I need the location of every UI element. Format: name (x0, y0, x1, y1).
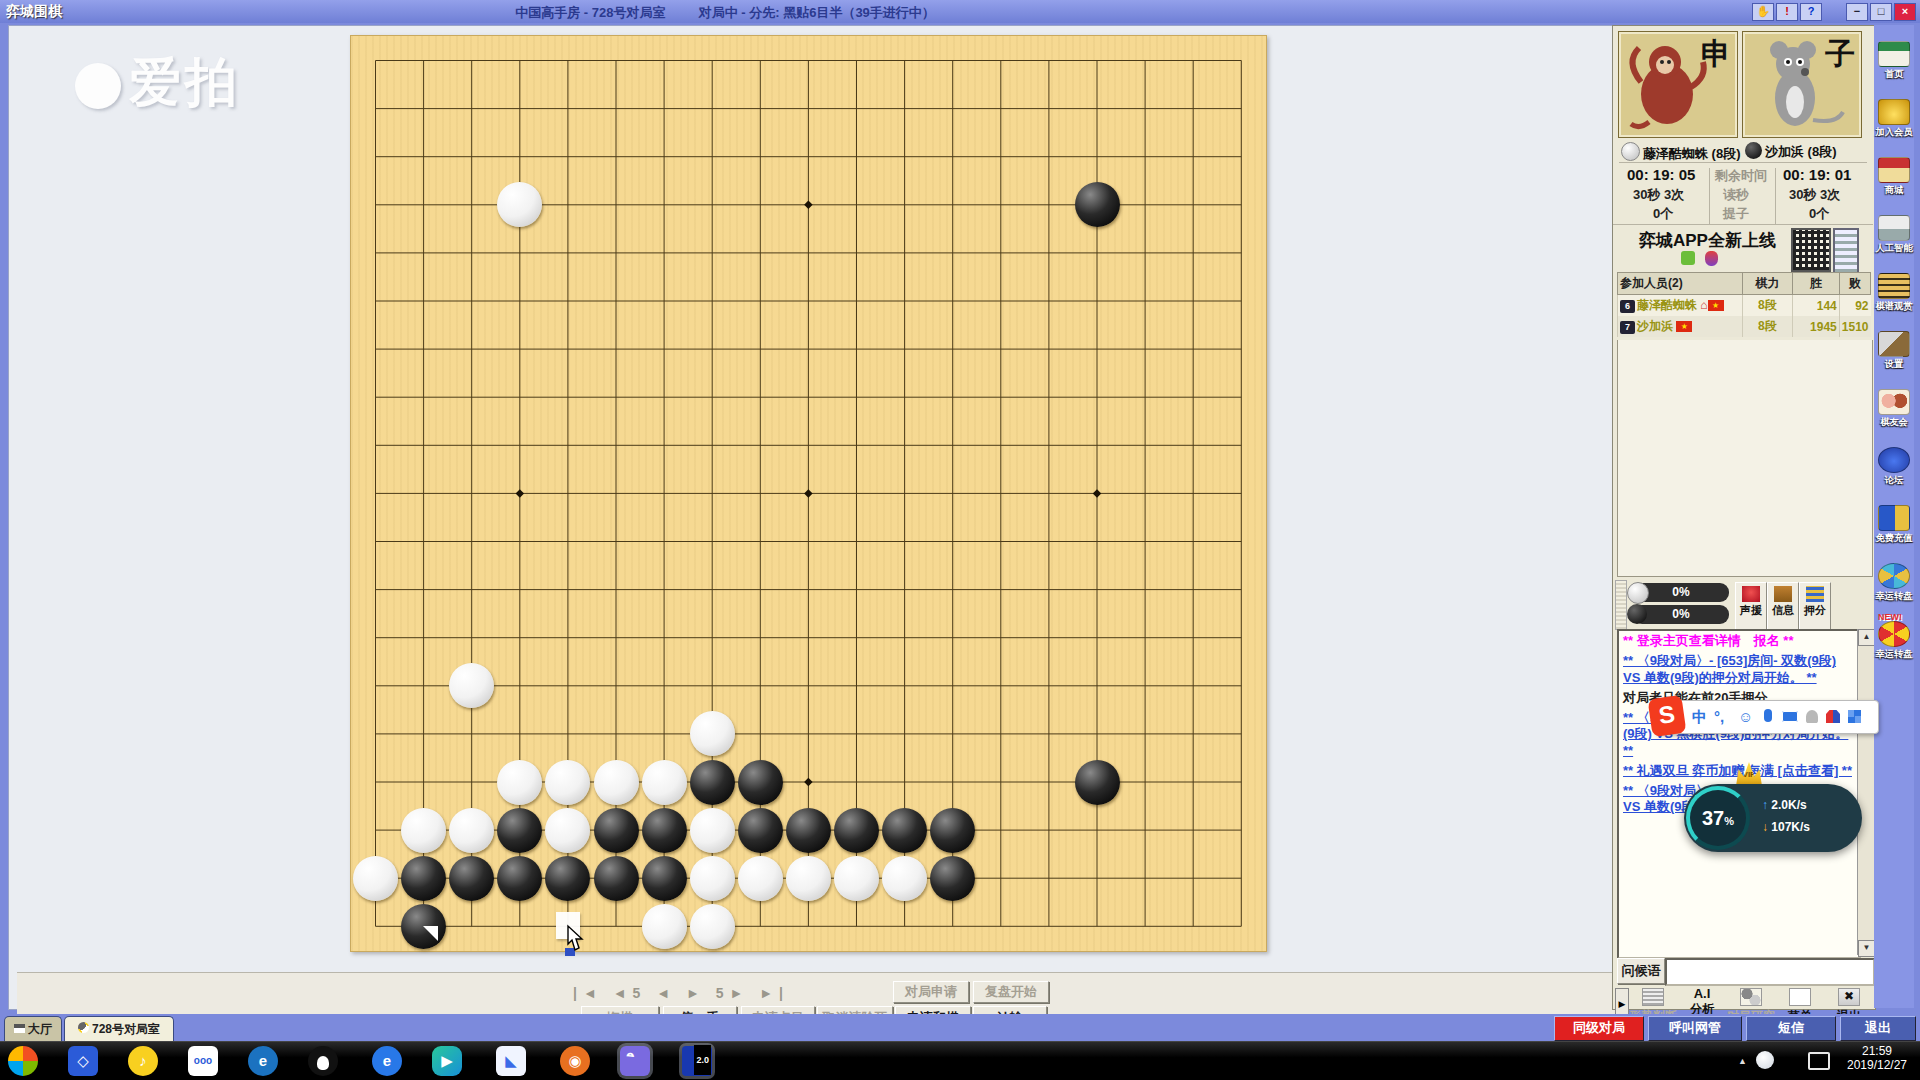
nav-商城-3[interactable]: 商城 (1874, 157, 1914, 197)
black-stone (930, 856, 975, 901)
ie-icon[interactable]: e (248, 1046, 278, 1076)
phone-icon (1833, 228, 1859, 274)
black-stone (594, 808, 639, 853)
black-stone (545, 856, 590, 901)
bottom-button-同级对局[interactable]: 同级对局 (1554, 1016, 1644, 1041)
mouse-cursor-hand (559, 924, 585, 954)
black-stone (738, 760, 783, 805)
white-stone (642, 760, 687, 805)
participant-row[interactable]: 6藤泽酷蜘蛛 ⌂★8段14492 (1618, 295, 1871, 317)
white-stone (834, 856, 879, 901)
black-stone (786, 808, 831, 853)
banner-text: 弈城APP全新上线 (1639, 229, 1776, 252)
rose-icon (1742, 586, 1760, 602)
exit-x-icon: ✖ (1838, 988, 1860, 1006)
black-stone (738, 808, 783, 853)
download-progress-widget[interactable]: 37% ↑ 2.0K/s ↓ 107K/s (1684, 784, 1862, 852)
black-stone-icon (1627, 604, 1647, 624)
white-stone (594, 760, 639, 805)
windows-start-orb[interactable] (8, 1046, 38, 1076)
zodiac-char-monkey: 申 (1701, 34, 1731, 75)
bottom-button-退出[interactable]: 退出 (1840, 1016, 1916, 1041)
sogou-input-bar[interactable]: S 中 °, ☺ (1655, 700, 1879, 734)
title-bar: 弈城围棋 中国高手房 - 728号对局室 对局中 - 分先: 黑贴6目半（39手… (0, 0, 1920, 23)
col-wins: 胜 (1793, 273, 1840, 295)
alert-icon[interactable]: ! (1776, 3, 1798, 21)
black-support-bar: 0% (1633, 605, 1729, 624)
white-stone (738, 856, 783, 901)
progress-circle: 37% (1686, 786, 1750, 850)
tray-date: 2019/12/27 (1838, 1058, 1916, 1072)
video-play-icon[interactable]: ▶ (432, 1046, 462, 1076)
chat-message-system: ** 登录主页查看详情 报名 ** (1619, 631, 1859, 651)
right-icon-strip: 首页加入会员商城人工智能棋谱观赏设置棋友会论坛免费充值幸运转盘NEW!幸运转盘 (1874, 25, 1914, 1008)
app-banner[interactable]: 弈城APP全新上线 (1613, 224, 1873, 273)
china-flag-icon: ★ (1708, 300, 1724, 311)
goban-icon (1878, 273, 1910, 299)
panel-toolbar: ▶ 形势判断A.I分析对局研究菜单✖退出 (1613, 986, 1875, 1008)
white-stone (545, 808, 590, 853)
tray-clock[interactable]: 21:59 2019/12/27 (1838, 1044, 1916, 1072)
white-byoyomi: 30秒 3次 (1633, 186, 1684, 204)
room-title: 中国高手房 - 728号对局室 (515, 5, 665, 20)
black-stone (642, 808, 687, 853)
participant-rank: 8段 (1742, 316, 1792, 337)
white-clock: 00: 19: 05 (1627, 166, 1695, 183)
black-player-avatar: 子 (1742, 31, 1862, 138)
black-byoyomi: 30秒 3次 (1789, 186, 1840, 204)
skin-shirt-icon[interactable] (1826, 710, 1840, 723)
nav-加入会员-2[interactable]: 加入会员 (1874, 99, 1914, 139)
tray-time: 21:59 (1838, 1044, 1916, 1058)
shop-icon (1878, 157, 1910, 183)
participant-name: 藤泽酷蜘蛛 (1637, 298, 1697, 312)
white-player-avatar: 申 (1618, 31, 1738, 138)
white-stone (690, 856, 735, 901)
toolbox-grid-icon[interactable] (1848, 710, 1861, 723)
upload-speed: ↑ 2.0K/s (1762, 798, 1807, 812)
ai-text-icon: A.I (1678, 986, 1726, 1001)
black-stone (401, 856, 446, 901)
white-stone (401, 808, 446, 853)
maximize-button[interactable]: □ (1870, 3, 1892, 21)
go-stones-icon (78, 1022, 89, 1033)
participant-name: 沙加浜 (1637, 319, 1673, 333)
nav-设置-6[interactable]: 设置 (1874, 331, 1914, 371)
byoyomi-label: 读秒 (1723, 186, 1749, 204)
aipai-logo-icon (75, 63, 121, 109)
participant-losses: 92 (1839, 295, 1870, 317)
tabs-row: 大厅728号对局室 同级对局呼叫网管短信退出 (0, 1014, 1920, 1041)
black-stone (930, 808, 975, 853)
participant-row[interactable]: 7沙加浜 ★8段19451510 (1618, 316, 1871, 337)
splitter-handle[interactable] (1615, 580, 1627, 630)
e2345-browser-icon[interactable]: e (372, 1046, 402, 1076)
support-button-押分[interactable]: 押分 (1799, 582, 1831, 630)
scroll-down-icon[interactable]: ▼ (1858, 940, 1875, 957)
nav-幸运转盘-11[interactable]: NEW!幸运转盘 (1874, 621, 1914, 661)
black-stone-icon (1745, 142, 1762, 159)
participant-wins: 144 (1793, 295, 1840, 317)
tab-大厅[interactable]: 大厅 (4, 1016, 62, 1042)
crown-icon (1878, 99, 1910, 125)
black-stone (1075, 182, 1120, 227)
white-stone (449, 808, 494, 853)
button-复盘开始[interactable]: 复盘开始 (973, 981, 1049, 1003)
recharge-icon (1878, 505, 1910, 531)
tools-icon (1878, 331, 1910, 357)
black-stone (1075, 760, 1120, 805)
remain-label: 剩余时间 (1715, 167, 1767, 185)
emoji-icon[interactable]: ☺ (1738, 708, 1753, 725)
recorder-version-badge: 2.0 (694, 1045, 711, 1075)
hand-icon[interactable]: ✋ (1752, 3, 1774, 21)
black-stone (642, 856, 687, 901)
nav-首页-1[interactable]: 首页 (1874, 41, 1914, 81)
robot-icon (1878, 215, 1910, 241)
chat-scrollbar[interactable]: ▲ ▼ (1857, 629, 1874, 955)
grid-icon (1642, 988, 1664, 1006)
participant-losses: 1510 (1839, 316, 1870, 337)
button-对局申请[interactable]: 对局申请 (893, 981, 969, 1003)
help-icon[interactable]: ? (1800, 3, 1822, 21)
white-stone (642, 904, 687, 949)
bird-app-icon[interactable]: ◣ (496, 1046, 526, 1076)
tray-avatar[interactable] (1780, 1049, 1802, 1071)
white-stone (353, 856, 398, 901)
black-stone (594, 856, 639, 901)
briefcase-icon (1774, 586, 1792, 602)
black-stone (690, 760, 735, 805)
nav-幸运转盘-10[interactable]: 幸运转盘 (1874, 563, 1914, 603)
white-stone-icon (1627, 582, 1649, 604)
qr-code (1791, 228, 1831, 272)
person-icon (1806, 710, 1818, 723)
nav-人工智能-4[interactable]: 人工智能 (1874, 215, 1914, 255)
move-navigation[interactable]: |◄ ◄5 ◄ ► 5► ►| (573, 985, 789, 1001)
nav-棋友会-7[interactable]: 棋友会 (1874, 389, 1914, 429)
last-move-marker-icon (423, 926, 438, 941)
window-title: 中国高手房 - 728号对局室 对局中 - 分先: 黑贴6目半（39手进行中） (0, 4, 1450, 22)
forum-ufo-icon (1878, 447, 1910, 473)
black-captures: 0个 (1809, 205, 1829, 223)
black-stone (882, 808, 927, 853)
minimize-button[interactable]: − (1846, 3, 1868, 21)
white-stone (690, 711, 735, 756)
black-stone (449, 856, 494, 901)
home-icon (14, 1024, 25, 1033)
white-stone-icon (1621, 142, 1640, 161)
blue-circles-app-icon[interactable]: ooo (188, 1046, 218, 1076)
close-button[interactable]: × (1894, 3, 1916, 21)
new-badge: NEW! (1878, 612, 1902, 622)
apple-icon (1705, 251, 1718, 266)
tab-728号对局室[interactable]: 728号对局室 (64, 1016, 174, 1042)
white-stone (882, 856, 927, 901)
white-stone (545, 760, 590, 805)
divider (1619, 162, 1867, 163)
black-stone (497, 856, 542, 901)
tray-ghost-icon[interactable] (1756, 1051, 1774, 1069)
aipai-watermark: 爱拍 (75, 48, 241, 118)
china-flag-icon: ★ (1676, 321, 1692, 332)
punctuation-icon[interactable]: °, (1714, 708, 1724, 725)
wheel-red-icon (1878, 621, 1910, 647)
white-stone (497, 760, 542, 805)
android-icon (1681, 251, 1695, 265)
white-stone (786, 856, 831, 901)
participants-table: 参加人员(2) 棋力 胜 败 6藤泽酷蜘蛛 ⌂★8段144927沙加浜 ★8段1… (1617, 272, 1871, 337)
bottom-button-短信[interactable]: 短信 (1746, 1016, 1836, 1041)
white-stone (690, 808, 735, 853)
taskbar: ◇♪oooee▶◣◉ิ2.0 ▲ 21:59 2019/12/27 (0, 1041, 1920, 1080)
col-rank: 棋力 (1742, 273, 1792, 295)
sogou-s-logo[interactable]: S (1648, 695, 1687, 737)
col-losses: 败 (1839, 273, 1870, 295)
zodiac-char-rat: 子 (1825, 34, 1855, 75)
captures-label: 提子 (1723, 205, 1749, 223)
white-player-name: 藤泽酷蜘蛛 (8段) (1621, 142, 1741, 163)
keyboard-icon[interactable] (1782, 711, 1798, 722)
home-icon (1878, 41, 1910, 67)
black-stone (401, 904, 446, 949)
cube-app-icon[interactable]: ◇ (68, 1046, 98, 1076)
participants-title: 参加人员(2) (1618, 273, 1743, 295)
participant-rank: 8段 (1742, 295, 1792, 317)
nav-免费充值-9[interactable]: 免费充值 (1874, 505, 1914, 545)
support-button-声援[interactable]: 声援 (1735, 582, 1767, 630)
stones-icon (1740, 988, 1762, 1006)
friends-icon (1878, 389, 1910, 415)
mic-icon[interactable] (1764, 709, 1772, 722)
qq-music-icon[interactable]: ♪ (128, 1046, 158, 1076)
scroll-up-icon[interactable]: ▲ (1858, 629, 1875, 646)
tray-network-icon[interactable] (1808, 1052, 1830, 1070)
support-button-信息[interactable]: 信息 (1767, 582, 1799, 630)
chat-input[interactable] (1665, 958, 1875, 986)
black-stone (497, 808, 542, 853)
main-pane: 爱拍 |◄ ◄5 ◄ ► 5► ►| 对局申请复盘开始 悔棋停一手申请点目取消清… (8, 25, 1614, 1010)
seat-stone-icon: 6 (1620, 300, 1635, 313)
wheel-blue-icon (1878, 563, 1910, 589)
qq-penguin-icon[interactable] (308, 1046, 338, 1076)
participant-wins: 1945 (1793, 316, 1840, 337)
download-speed: ↓ 107K/s (1762, 820, 1810, 834)
bottom-button-呼叫网管[interactable]: 呼叫网管 (1648, 1016, 1742, 1041)
game-status: 对局中 - 分先: 黑贴6目半（39手进行中） (699, 5, 935, 20)
go-board[interactable] (350, 35, 1267, 952)
black-clock: 00: 19: 01 (1783, 166, 1851, 183)
nav-论坛-8[interactable]: 论坛 (1874, 447, 1914, 487)
white-stone (690, 904, 735, 949)
orange-browser-icon[interactable]: ◉ (560, 1046, 590, 1076)
greeting-button[interactable]: 问候语 (1617, 958, 1665, 984)
client-person-icon[interactable]: ิ (620, 1046, 650, 1076)
recorder-2.0-icon[interactable]: 2.0 (682, 1046, 712, 1076)
coins-icon (1806, 586, 1824, 602)
white-captures: 0个 (1653, 205, 1673, 223)
book-icon (1789, 988, 1811, 1006)
black-player-name: 沙加浜 (8段) (1745, 142, 1837, 161)
black-stone (834, 808, 879, 853)
home-icon: ⌂ (1700, 298, 1707, 312)
chinese-mode-icon[interactable]: 中 (1692, 708, 1707, 727)
nav-棋谱观赏-5[interactable]: 棋谱观赏 (1874, 273, 1914, 313)
seat-stone-icon: 7 (1620, 321, 1635, 334)
participant-list-empty (1617, 340, 1873, 577)
app-window: 弈城围棋 中国高手房 - 728号对局室 对局中 - 分先: 黑贴6目半（39手… (0, 0, 1920, 1080)
tray-expand-icon[interactable]: ▲ (1738, 1056, 1747, 1066)
right-panel: 申 子 藤泽酷蜘蛛 (8段) 沙加浜 (8段) 00: 19: 05 (1612, 25, 1876, 1010)
chat-message-link[interactable]: ** 〈9段对局〉- [653]房间- 双数(9段) VS 单数(9段)的押分对… (1619, 651, 1859, 688)
